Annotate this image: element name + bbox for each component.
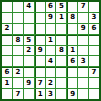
cell-r4c4[interactable] xyxy=(35,35,45,45)
cell-r2c6[interactable]: 1 xyxy=(56,13,66,23)
cell-r2c9[interactable]: 3 xyxy=(89,13,99,23)
cell-r9c8[interactable] xyxy=(78,89,88,99)
cell-r6c3[interactable] xyxy=(24,56,34,66)
cell-r5c8[interactable] xyxy=(78,46,88,56)
cell-r5c4[interactable]: 9 xyxy=(35,46,45,56)
cell-r1c4[interactable] xyxy=(35,2,45,12)
cell-r3c5[interactable] xyxy=(46,24,56,34)
cell-r3c7[interactable] xyxy=(67,24,77,34)
cell-r2c1[interactable] xyxy=(2,13,12,23)
cell-r8c1[interactable]: 1 xyxy=(2,78,12,88)
cell-r9c4[interactable]: 1 xyxy=(35,89,45,99)
cell-r4c8[interactable] xyxy=(78,35,88,45)
cell-r2c3[interactable] xyxy=(24,13,34,23)
cell-r8c5[interactable]: 2 xyxy=(46,78,56,88)
cell-r7c5[interactable] xyxy=(46,67,56,77)
cell-r6c7[interactable]: 6 xyxy=(67,56,77,66)
cell-r5c5[interactable] xyxy=(46,46,56,56)
cell-r6c9[interactable] xyxy=(89,56,99,66)
cell-r7c7[interactable] xyxy=(67,67,77,77)
cell-r3c3[interactable] xyxy=(24,24,34,34)
cell-r1c3[interactable]: 4 xyxy=(24,2,34,12)
cell-r1c9[interactable] xyxy=(89,2,99,12)
cell-r7c2[interactable]: 2 xyxy=(13,67,23,77)
cell-r6c4[interactable] xyxy=(35,56,45,66)
sudoku-board: 46579183296851298146362719727139 xyxy=(0,0,101,101)
cell-r8c7[interactable] xyxy=(67,78,77,88)
cell-r3c6[interactable] xyxy=(56,24,66,34)
cell-r6c8[interactable]: 3 xyxy=(78,56,88,66)
cell-r7c4[interactable] xyxy=(35,67,45,77)
cell-r9c3[interactable] xyxy=(24,89,34,99)
cell-r6c2[interactable] xyxy=(13,56,23,66)
cell-r9c1[interactable] xyxy=(2,89,12,99)
cell-r6c1[interactable] xyxy=(2,56,12,66)
cell-r5c9[interactable] xyxy=(89,46,99,56)
cell-r9c5[interactable]: 3 xyxy=(46,89,56,99)
cell-r9c6[interactable] xyxy=(56,89,66,99)
cell-r1c5[interactable]: 6 xyxy=(46,2,56,12)
cell-r6c6[interactable] xyxy=(56,56,66,66)
cell-r4c1[interactable] xyxy=(2,35,12,45)
cell-r2c8[interactable] xyxy=(78,13,88,23)
cell-r4c7[interactable] xyxy=(67,35,77,45)
cell-r1c1[interactable] xyxy=(2,2,12,12)
cell-r5c6[interactable]: 8 xyxy=(56,46,66,56)
cell-r3c9[interactable]: 6 xyxy=(89,24,99,34)
cell-r1c6[interactable]: 5 xyxy=(56,2,66,12)
cell-r3c1[interactable]: 2 xyxy=(2,24,12,34)
cell-r7c3[interactable] xyxy=(24,67,34,77)
cell-r8c3[interactable]: 9 xyxy=(24,78,34,88)
cell-r9c2[interactable]: 7 xyxy=(13,89,23,99)
cell-r2c5[interactable]: 9 xyxy=(46,13,56,23)
cell-r8c8[interactable] xyxy=(78,78,88,88)
cell-r3c2[interactable] xyxy=(13,24,23,34)
cell-r1c2[interactable] xyxy=(13,2,23,12)
cell-r9c7[interactable]: 9 xyxy=(67,89,77,99)
cell-r7c1[interactable]: 6 xyxy=(2,67,12,77)
cell-r7c9[interactable]: 7 xyxy=(89,67,99,77)
cell-r3c4[interactable] xyxy=(35,24,45,34)
cell-r8c6[interactable] xyxy=(56,78,66,88)
cell-r2c2[interactable] xyxy=(13,13,23,23)
cell-r5c2[interactable] xyxy=(13,46,23,56)
cell-r7c8[interactable] xyxy=(78,67,88,77)
cell-r1c7[interactable] xyxy=(67,2,77,12)
cell-r5c3[interactable]: 2 xyxy=(24,46,34,56)
cell-r5c7[interactable]: 1 xyxy=(67,46,77,56)
cell-r1c8[interactable]: 7 xyxy=(78,2,88,12)
cell-r6c5[interactable]: 4 xyxy=(46,56,56,66)
cell-r3c8[interactable]: 9 xyxy=(78,24,88,34)
cell-r8c2[interactable] xyxy=(13,78,23,88)
cell-r8c9[interactable] xyxy=(89,78,99,88)
cell-r4c6[interactable] xyxy=(56,35,66,45)
cell-r5c1[interactable] xyxy=(2,46,12,56)
cell-r2c7[interactable]: 8 xyxy=(67,13,77,23)
cell-r4c3[interactable]: 5 xyxy=(24,35,34,45)
cell-r7c6[interactable] xyxy=(56,67,66,77)
cell-r4c2[interactable]: 8 xyxy=(13,35,23,45)
cell-r8c4[interactable]: 7 xyxy=(35,78,45,88)
cell-r4c5[interactable]: 1 xyxy=(46,35,56,45)
cell-r4c9[interactable] xyxy=(89,35,99,45)
cell-r2c4[interactable] xyxy=(35,13,45,23)
cell-r9c9[interactable] xyxy=(89,89,99,99)
